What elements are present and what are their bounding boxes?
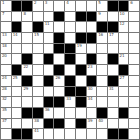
white-cell[interactable] [54, 54, 64, 64]
black-cell [44, 119, 54, 129]
black-cell [65, 44, 75, 54]
white-cell[interactable] [54, 22, 64, 32]
white-cell[interactable] [54, 129, 64, 139]
white-cell[interactable] [22, 33, 32, 43]
clue-number: 25 [13, 76, 18, 80]
white-cell[interactable] [44, 33, 54, 43]
white-cell[interactable] [119, 97, 129, 107]
black-cell [54, 119, 64, 129]
clue-number: 9 [98, 12, 100, 16]
clue-number: 35 [2, 108, 7, 112]
crossword-grid: 1234567891011121314151617181920212223242… [0, 0, 140, 140]
white-cell[interactable]: 17 [108, 33, 118, 43]
clue-number: 4 [66, 1, 68, 5]
white-cell[interactable] [87, 108, 97, 118]
white-cell[interactable]: 9 [97, 12, 107, 22]
white-cell[interactable]: 18 [1, 44, 11, 54]
black-cell [97, 22, 107, 32]
white-cell[interactable]: 8 [22, 12, 32, 22]
black-cell [12, 65, 22, 75]
clue-number: 40 [98, 119, 103, 123]
white-cell[interactable]: 23 [87, 65, 97, 75]
clue-number: 18 [2, 44, 7, 48]
black-cell [76, 87, 86, 97]
white-cell[interactable] [129, 97, 139, 107]
white-cell[interactable] [12, 108, 22, 118]
black-cell [76, 33, 86, 43]
white-cell[interactable]: 27 [119, 76, 129, 86]
white-cell[interactable]: 20 [1, 54, 11, 64]
white-cell[interactable] [65, 22, 75, 32]
white-cell[interactable] [22, 22, 32, 32]
black-cell [76, 12, 86, 22]
black-cell [108, 22, 118, 32]
white-cell[interactable] [129, 87, 139, 97]
black-cell [65, 87, 75, 97]
white-cell[interactable]: 13 [1, 33, 11, 43]
white-cell[interactable]: 24 [1, 76, 11, 86]
white-cell[interactable] [76, 54, 86, 64]
white-cell[interactable]: 7 [1, 12, 11, 22]
white-cell[interactable] [54, 1, 64, 11]
white-cell[interactable] [76, 108, 86, 118]
white-cell[interactable] [129, 44, 139, 54]
clue-number: 27 [120, 76, 125, 80]
black-cell [54, 33, 64, 43]
clue-number: 21 [120, 54, 125, 58]
white-cell[interactable] [119, 87, 129, 97]
white-cell[interactable] [108, 12, 118, 22]
black-cell [87, 12, 97, 22]
white-cell[interactable] [33, 87, 43, 97]
white-cell[interactable] [54, 87, 64, 97]
white-cell[interactable]: 21 [119, 54, 129, 64]
white-cell[interactable] [108, 97, 118, 107]
black-cell [108, 76, 118, 86]
white-cell[interactable] [119, 119, 129, 129]
clue-number: 16 [98, 33, 103, 37]
white-cell[interactable] [12, 54, 22, 64]
white-cell[interactable] [129, 129, 139, 139]
white-cell[interactable] [108, 108, 118, 118]
black-cell [44, 54, 54, 64]
white-cell[interactable] [12, 119, 22, 129]
clue-number: 26 [55, 76, 60, 80]
clue-number: 29 [23, 87, 28, 91]
clue-number: 41 [34, 129, 39, 133]
white-cell[interactable] [76, 129, 86, 139]
white-cell[interactable]: 4 [65, 1, 75, 11]
clue-number: 8 [23, 12, 25, 16]
black-cell [22, 76, 32, 86]
white-cell[interactable] [44, 44, 54, 54]
white-cell[interactable] [97, 54, 107, 64]
clue-number: 15 [34, 33, 39, 37]
clue-number: 37 [2, 119, 7, 123]
white-cell[interactable] [65, 12, 75, 22]
white-cell[interactable]: 15 [33, 33, 43, 43]
white-cell[interactable] [54, 108, 64, 118]
clue-number: 32 [2, 97, 7, 101]
black-cell [54, 12, 64, 22]
black-cell [22, 108, 32, 118]
clue-number: 19 [77, 44, 82, 48]
white-cell[interactable] [76, 22, 86, 32]
black-cell [76, 65, 86, 75]
white-cell[interactable] [33, 12, 43, 22]
clue-number: 12 [120, 22, 125, 26]
clue-number: 3 [45, 1, 47, 5]
black-cell [97, 108, 107, 118]
clue-number: 34 [88, 97, 93, 101]
white-cell[interactable]: 22 [22, 65, 32, 75]
white-cell[interactable] [22, 119, 32, 129]
white-cell[interactable] [87, 22, 97, 32]
black-cell [54, 65, 64, 75]
white-cell[interactable] [97, 44, 107, 54]
white-cell[interactable] [12, 12, 22, 22]
white-cell[interactable] [65, 33, 75, 43]
black-cell [65, 54, 75, 64]
clue-number: 7 [2, 12, 4, 16]
white-cell[interactable]: 28 [1, 87, 11, 97]
clue-number: 31 [109, 87, 114, 91]
black-cell [12, 22, 22, 32]
white-cell[interactable] [97, 65, 107, 75]
white-cell[interactable] [129, 33, 139, 43]
black-cell [12, 129, 22, 139]
white-cell[interactable]: 3 [44, 1, 54, 11]
black-cell [54, 97, 64, 107]
white-cell[interactable] [65, 108, 75, 118]
white-cell[interactable] [12, 87, 22, 97]
white-cell[interactable] [22, 44, 32, 54]
black-cell [54, 44, 64, 54]
white-cell[interactable]: 25 [12, 76, 22, 86]
black-cell [87, 54, 97, 64]
white-cell[interactable] [87, 44, 97, 54]
white-cell[interactable] [33, 44, 43, 54]
clue-number: 28 [2, 87, 7, 91]
white-cell[interactable]: 40 [97, 119, 107, 129]
white-cell[interactable]: 34 [87, 97, 97, 107]
clue-number: 20 [2, 54, 7, 58]
black-cell [44, 97, 54, 107]
white-cell[interactable] [129, 22, 139, 32]
white-cell[interactable] [87, 129, 97, 139]
clue-number: 11 [45, 22, 50, 26]
white-cell[interactable] [129, 119, 139, 129]
white-cell[interactable] [129, 65, 139, 75]
clue-number: 36 [45, 108, 50, 112]
white-cell[interactable] [33, 76, 43, 86]
white-cell[interactable] [108, 119, 118, 129]
black-cell [22, 54, 32, 64]
white-cell[interactable]: 19 [76, 44, 86, 54]
white-cell[interactable]: 2 [33, 1, 43, 11]
clue-number: 39 [88, 119, 93, 123]
clue-number: 13 [2, 33, 7, 37]
white-cell[interactable] [97, 76, 107, 86]
white-cell[interactable]: 32 [1, 97, 11, 107]
black-cell [119, 129, 129, 139]
white-cell[interactable] [12, 44, 22, 54]
clue-number: 14 [13, 33, 18, 37]
white-cell[interactable]: 29 [22, 87, 32, 97]
black-cell [65, 76, 75, 86]
white-cell[interactable] [108, 44, 118, 54]
white-cell[interactable]: 5 [97, 1, 107, 11]
white-cell[interactable] [129, 12, 139, 22]
clue-number: 1 [2, 1, 4, 5]
white-cell[interactable]: 26 [54, 76, 64, 86]
clue-number: 30 [88, 87, 93, 91]
white-cell[interactable]: 35 [1, 108, 11, 118]
clue-number: 2 [34, 1, 36, 5]
black-cell [87, 76, 97, 86]
white-cell[interactable]: 31 [108, 87, 118, 97]
clue-number: 24 [2, 76, 7, 80]
white-cell[interactable] [87, 1, 97, 11]
black-cell [108, 1, 118, 11]
white-cell[interactable] [108, 65, 118, 75]
black-cell [33, 108, 43, 118]
white-cell[interactable]: 14 [12, 33, 22, 43]
clue-number: 38 [34, 119, 39, 123]
white-cell[interactable] [1, 22, 11, 32]
white-cell[interactable] [33, 65, 43, 75]
black-cell [22, 129, 32, 139]
white-cell[interactable] [33, 54, 43, 64]
white-cell[interactable]: 37 [1, 119, 11, 129]
white-cell[interactable] [1, 65, 11, 75]
clue-number: 6 [130, 1, 132, 5]
white-cell[interactable] [44, 12, 54, 22]
black-cell [44, 76, 54, 86]
white-cell[interactable] [129, 54, 139, 64]
black-cell [119, 108, 129, 118]
clue-number: 17 [109, 33, 114, 37]
black-cell [76, 97, 86, 107]
white-cell[interactable]: 30 [87, 87, 97, 97]
white-cell[interactable] [33, 97, 43, 107]
white-cell[interactable] [44, 65, 54, 75]
white-cell[interactable] [76, 1, 86, 11]
black-cell [108, 129, 118, 139]
white-cell[interactable]: 16 [97, 33, 107, 43]
white-cell[interactable]: 33 [65, 97, 75, 107]
white-cell[interactable] [22, 97, 32, 107]
white-cell[interactable]: 1 [1, 1, 11, 11]
white-cell[interactable] [97, 97, 107, 107]
black-cell [87, 33, 97, 43]
white-cell[interactable]: 38 [33, 119, 43, 129]
clue-number: 33 [66, 97, 71, 101]
white-cell[interactable] [12, 97, 22, 107]
white-cell[interactable]: 12 [119, 22, 129, 32]
white-cell[interactable]: 6 [129, 1, 139, 11]
white-cell[interactable] [65, 65, 75, 75]
black-cell [119, 65, 129, 75]
white-cell[interactable] [119, 33, 129, 43]
white-cell[interactable]: 39 [87, 119, 97, 129]
white-cell[interactable] [97, 87, 107, 97]
white-cell[interactable]: 10 [119, 12, 129, 22]
clue-number: 5 [98, 1, 100, 5]
white-cell[interactable] [44, 87, 54, 97]
black-cell [12, 1, 22, 11]
white-cell[interactable] [97, 129, 107, 139]
white-cell[interactable] [65, 119, 75, 129]
white-cell[interactable] [129, 76, 139, 86]
black-cell [33, 22, 43, 32]
white-cell[interactable]: 41 [33, 129, 43, 139]
white-cell[interactable]: 36 [44, 108, 54, 118]
black-cell [119, 1, 129, 11]
white-cell[interactable] [129, 108, 139, 118]
black-cell [76, 119, 86, 129]
black-cell [108, 54, 118, 64]
white-cell[interactable] [1, 129, 11, 139]
white-cell[interactable] [119, 44, 129, 54]
clue-number: 10 [120, 12, 125, 16]
white-cell[interactable] [76, 76, 86, 86]
white-cell[interactable]: 11 [44, 22, 54, 32]
black-cell [22, 1, 32, 11]
white-cell[interactable] [44, 129, 54, 139]
clue-number: 22 [23, 65, 28, 69]
white-cell[interactable] [65, 129, 75, 139]
clue-number: 23 [88, 65, 93, 69]
